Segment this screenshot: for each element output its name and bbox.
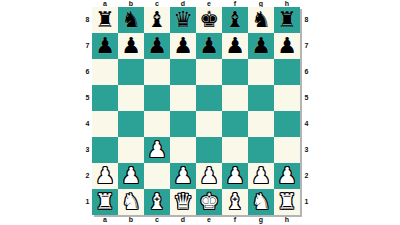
- piece-white-queen[interactable]: ♛: [173, 189, 193, 215]
- piece-white-pawn[interactable]: ♟: [121, 163, 141, 189]
- square-c5[interactable]: [144, 85, 170, 111]
- square-a7[interactable]: ♟: [92, 33, 118, 59]
- square-e7[interactable]: ♟: [196, 33, 222, 59]
- file-label-g: g: [248, 216, 274, 224]
- square-h1[interactable]: ♜: [274, 189, 300, 215]
- file-label-d: d: [170, 216, 196, 224]
- chess-app: abcdefgh 87654321 ♜♞♝♛♚♝♞♜♟♟♟♟♟♟♟♟♟♟♟♟♟♟…: [0, 0, 400, 225]
- square-c8[interactable]: ♝: [144, 7, 170, 33]
- rank-label-5: 5: [83, 85, 92, 111]
- piece-black-pawn[interactable]: ♟: [95, 33, 115, 59]
- file-label-c: c: [144, 216, 170, 224]
- square-f4[interactable]: [222, 111, 248, 137]
- square-d3[interactable]: [170, 137, 196, 163]
- square-e8[interactable]: ♚: [196, 7, 222, 33]
- square-a1[interactable]: ♜: [92, 189, 118, 215]
- square-f3[interactable]: [222, 137, 248, 163]
- file-labels-bottom: abcdefgh: [92, 216, 300, 224]
- piece-white-pawn[interactable]: ♟: [147, 137, 167, 163]
- square-e2[interactable]: ♟: [196, 163, 222, 189]
- square-h2[interactable]: ♟: [274, 163, 300, 189]
- square-f6[interactable]: [222, 59, 248, 85]
- square-f8[interactable]: ♝: [222, 7, 248, 33]
- rank-label-8: 8: [83, 7, 92, 33]
- piece-black-pawn[interactable]: ♟: [199, 33, 219, 59]
- piece-black-pawn[interactable]: ♟: [147, 33, 167, 59]
- square-e3[interactable]: [196, 137, 222, 163]
- square-a8[interactable]: ♜: [92, 7, 118, 33]
- square-h5[interactable]: [274, 85, 300, 111]
- piece-white-pawn[interactable]: ♟: [225, 163, 245, 189]
- file-label-b: b: [118, 216, 144, 224]
- piece-white-bishop[interactable]: ♝: [225, 189, 245, 215]
- square-a6[interactable]: [92, 59, 118, 85]
- piece-white-knight[interactable]: ♞: [121, 189, 141, 215]
- piece-black-pawn[interactable]: ♟: [225, 33, 245, 59]
- rank-labels-right: 87654321: [302, 7, 311, 215]
- rank-label-4: 4: [83, 111, 92, 137]
- square-a2[interactable]: ♟: [92, 163, 118, 189]
- square-e6[interactable]: [196, 59, 222, 85]
- square-b1[interactable]: ♞: [118, 189, 144, 215]
- piece-white-pawn[interactable]: ♟: [277, 163, 297, 189]
- piece-white-pawn[interactable]: ♟: [95, 163, 115, 189]
- piece-black-pawn[interactable]: ♟: [173, 33, 193, 59]
- piece-black-queen[interactable]: ♛: [173, 7, 193, 33]
- square-d4[interactable]: [170, 111, 196, 137]
- square-f7[interactable]: ♟: [222, 33, 248, 59]
- rank-label-7: 7: [302, 33, 311, 59]
- square-f1[interactable]: ♝: [222, 189, 248, 215]
- square-b4[interactable]: [118, 111, 144, 137]
- square-g5[interactable]: [248, 85, 274, 111]
- piece-black-rook[interactable]: ♜: [277, 7, 297, 33]
- square-c2[interactable]: [144, 163, 170, 189]
- square-h4[interactable]: [274, 111, 300, 137]
- rank-labels-left: 87654321: [83, 7, 92, 215]
- square-b6[interactable]: [118, 59, 144, 85]
- file-label-e: e: [196, 216, 222, 224]
- rank-label-3: 3: [83, 137, 92, 163]
- square-c1[interactable]: ♝: [144, 189, 170, 215]
- square-c7[interactable]: ♟: [144, 33, 170, 59]
- square-d2[interactable]: ♟: [170, 163, 196, 189]
- file-label-f: f: [222, 216, 248, 224]
- square-g7[interactable]: ♟: [248, 33, 274, 59]
- piece-white-rook[interactable]: ♜: [95, 189, 115, 215]
- rank-label-1: 1: [83, 189, 92, 215]
- piece-white-rook[interactable]: ♜: [277, 189, 297, 215]
- piece-white-pawn[interactable]: ♟: [251, 163, 271, 189]
- piece-white-pawn[interactable]: ♟: [199, 163, 219, 189]
- square-f5[interactable]: [222, 85, 248, 111]
- square-d7[interactable]: ♟: [170, 33, 196, 59]
- rank-label-6: 6: [302, 59, 311, 85]
- piece-white-bishop[interactable]: ♝: [147, 189, 167, 215]
- square-d8[interactable]: ♛: [170, 7, 196, 33]
- square-c6[interactable]: [144, 59, 170, 85]
- square-c3[interactable]: ♟: [144, 137, 170, 163]
- square-b5[interactable]: [118, 85, 144, 111]
- piece-black-knight[interactable]: ♞: [251, 7, 271, 33]
- rank-label-2: 2: [83, 163, 92, 189]
- square-g6[interactable]: [248, 59, 274, 85]
- square-g4[interactable]: [248, 111, 274, 137]
- square-h3[interactable]: [274, 137, 300, 163]
- rank-label-8: 8: [302, 7, 311, 33]
- piece-black-pawn[interactable]: ♟: [277, 33, 297, 59]
- square-a5[interactable]: [92, 85, 118, 111]
- square-a4[interactable]: [92, 111, 118, 137]
- square-f2[interactable]: ♟: [222, 163, 248, 189]
- file-label-h: h: [274, 216, 300, 224]
- square-b8[interactable]: ♞: [118, 7, 144, 33]
- piece-black-bishop[interactable]: ♝: [225, 7, 245, 33]
- square-d5[interactable]: [170, 85, 196, 111]
- square-e1[interactable]: ♚: [196, 189, 222, 215]
- rank-label-6: 6: [83, 59, 92, 85]
- square-b2[interactable]: ♟: [118, 163, 144, 189]
- rank-label-7: 7: [83, 33, 92, 59]
- file-label-a: a: [92, 216, 118, 224]
- square-h8[interactable]: ♜: [274, 7, 300, 33]
- rank-label-3: 3: [302, 137, 311, 163]
- square-e4[interactable]: [196, 111, 222, 137]
- piece-white-king[interactable]: ♚: [199, 189, 219, 215]
- square-g3[interactable]: [248, 137, 274, 163]
- square-a3[interactable]: [92, 137, 118, 163]
- chess-board: ♜♞♝♛♚♝♞♜♟♟♟♟♟♟♟♟♟♟♟♟♟♟♟♟♜♞♝♛♚♝♞♜: [92, 7, 300, 215]
- piece-black-pawn[interactable]: ♟: [121, 33, 141, 59]
- piece-black-bishop[interactable]: ♝: [147, 7, 167, 33]
- rank-label-4: 4: [302, 111, 311, 137]
- square-c4[interactable]: [144, 111, 170, 137]
- square-h7[interactable]: ♟: [274, 33, 300, 59]
- square-g2[interactable]: ♟: [248, 163, 274, 189]
- square-e5[interactable]: [196, 85, 222, 111]
- piece-black-king[interactable]: ♚: [199, 7, 219, 33]
- piece-black-pawn[interactable]: ♟: [251, 33, 271, 59]
- square-g1[interactable]: ♞: [248, 189, 274, 215]
- rank-label-1: 1: [302, 189, 311, 215]
- square-d1[interactable]: ♛: [170, 189, 196, 215]
- rank-label-2: 2: [302, 163, 311, 189]
- square-b3[interactable]: [118, 137, 144, 163]
- square-h6[interactable]: [274, 59, 300, 85]
- piece-black-rook[interactable]: ♜: [95, 7, 115, 33]
- piece-white-knight[interactable]: ♞: [251, 189, 271, 215]
- piece-black-knight[interactable]: ♞: [121, 7, 141, 33]
- square-b7[interactable]: ♟: [118, 33, 144, 59]
- square-g8[interactable]: ♞: [248, 7, 274, 33]
- rank-label-5: 5: [302, 85, 311, 111]
- piece-white-pawn[interactable]: ♟: [173, 163, 193, 189]
- square-d6[interactable]: [170, 59, 196, 85]
